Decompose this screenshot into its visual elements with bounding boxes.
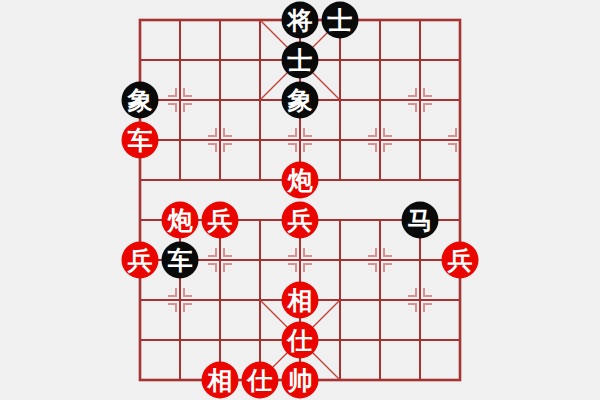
piece-red-general[interactable]: 帅 <box>282 362 319 399</box>
piece-red-chariot[interactable]: 车 <box>122 122 159 159</box>
piece-red-soldier[interactable]: 兵 <box>122 242 159 279</box>
piece-red-soldier[interactable]: 兵 <box>442 242 479 279</box>
piece-red-soldier[interactable]: 兵 <box>202 202 239 239</box>
piece-red-elephant[interactable]: 相 <box>202 362 239 399</box>
piece-black-horse[interactable]: 马 <box>402 202 439 239</box>
piece-black-advisor[interactable]: 士 <box>322 2 359 39</box>
piece-black-elephant[interactable]: 象 <box>282 82 319 119</box>
piece-black-chariot[interactable]: 车 <box>162 242 199 279</box>
piece-red-cannon[interactable]: 炮 <box>282 162 319 199</box>
xiangqi-pieces-layer: 将士士象象车炮炮兵兵马兵车兵相仕相仕帅 <box>0 0 600 400</box>
piece-black-advisor[interactable]: 士 <box>282 42 319 79</box>
piece-red-soldier[interactable]: 兵 <box>282 202 319 239</box>
piece-red-advisor[interactable]: 仕 <box>242 362 279 399</box>
piece-black-elephant[interactable]: 象 <box>122 82 159 119</box>
piece-red-cannon[interactable]: 炮 <box>162 202 199 239</box>
piece-red-advisor[interactable]: 仕 <box>282 322 319 359</box>
xiangqi-screenshot: 将士士象象车炮炮兵兵马兵车兵相仕相仕帅 <box>0 0 600 400</box>
piece-black-general[interactable]: 将 <box>282 2 319 39</box>
piece-red-elephant[interactable]: 相 <box>282 282 319 319</box>
